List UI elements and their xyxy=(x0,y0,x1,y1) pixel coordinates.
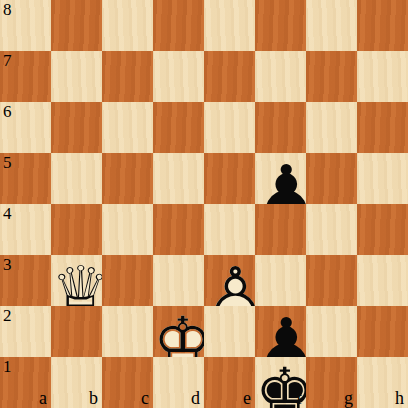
square-a6[interactable]: 6 xyxy=(0,102,51,153)
square-h2[interactable] xyxy=(357,306,408,357)
square-e2[interactable] xyxy=(204,306,255,357)
square-a8[interactable]: 8 xyxy=(0,0,51,51)
white-pawn-e3[interactable]: ♟♙ xyxy=(204,255,255,306)
rank-label-7: 7 xyxy=(3,52,12,69)
square-g4[interactable] xyxy=(306,204,357,255)
square-f5[interactable]: ♟ xyxy=(255,153,306,204)
file-label-b: b xyxy=(89,389,98,407)
square-d4[interactable] xyxy=(153,204,204,255)
square-c4[interactable] xyxy=(102,204,153,255)
rank-label-3: 3 xyxy=(3,256,12,273)
white-queen-b3[interactable]: ♛♕ xyxy=(51,255,102,306)
square-b6[interactable] xyxy=(51,102,102,153)
black-king-f1[interactable]: ♚ xyxy=(255,357,306,408)
square-e1[interactable]: e xyxy=(204,357,255,408)
black-pawn-f5[interactable]: ♟ xyxy=(255,153,306,204)
square-h6[interactable] xyxy=(357,102,408,153)
square-b8[interactable] xyxy=(51,0,102,51)
square-g1[interactable]: g xyxy=(306,357,357,408)
square-h7[interactable] xyxy=(357,51,408,102)
square-e3[interactable]: ♟♙ xyxy=(204,255,255,306)
square-d5[interactable] xyxy=(153,153,204,204)
square-f8[interactable] xyxy=(255,0,306,51)
square-g8[interactable] xyxy=(306,0,357,51)
square-g7[interactable] xyxy=(306,51,357,102)
square-g2[interactable] xyxy=(306,306,357,357)
square-b7[interactable] xyxy=(51,51,102,102)
square-h4[interactable] xyxy=(357,204,408,255)
square-b1[interactable]: b xyxy=(51,357,102,408)
black-pawn-f2[interactable]: ♟ xyxy=(255,306,306,357)
square-f4[interactable] xyxy=(255,204,306,255)
square-e5[interactable] xyxy=(204,153,255,204)
square-c2[interactable] xyxy=(102,306,153,357)
square-a1[interactable]: 1a xyxy=(0,357,51,408)
square-c1[interactable]: c xyxy=(102,357,153,408)
square-f3[interactable] xyxy=(255,255,306,306)
square-a2[interactable]: 2 xyxy=(0,306,51,357)
file-label-h: h xyxy=(395,389,404,407)
rank-label-4: 4 xyxy=(3,205,12,222)
file-label-a: a xyxy=(39,389,47,407)
square-a4[interactable]: 4 xyxy=(0,204,51,255)
file-label-e: e xyxy=(243,389,251,407)
square-f1[interactable]: f♚ xyxy=(255,357,306,408)
square-a7[interactable]: 7 xyxy=(0,51,51,102)
square-g5[interactable] xyxy=(306,153,357,204)
square-b4[interactable] xyxy=(51,204,102,255)
file-label-d: d xyxy=(191,389,200,407)
square-h3[interactable] xyxy=(357,255,408,306)
square-e7[interactable] xyxy=(204,51,255,102)
square-h5[interactable] xyxy=(357,153,408,204)
square-f7[interactable] xyxy=(255,51,306,102)
file-label-c: c xyxy=(141,389,149,407)
square-d3[interactable] xyxy=(153,255,204,306)
square-b5[interactable] xyxy=(51,153,102,204)
square-c8[interactable] xyxy=(102,0,153,51)
square-b3[interactable]: ♛♕ xyxy=(51,255,102,306)
rank-label-6: 6 xyxy=(3,103,12,120)
square-c3[interactable] xyxy=(102,255,153,306)
rank-label-8: 8 xyxy=(3,1,12,18)
chess-board: 8765♟43♛♕♟♙2♚♔♟1abcdef♚gh xyxy=(0,0,408,408)
square-d2[interactable]: ♚♔ xyxy=(153,306,204,357)
white-king-d2[interactable]: ♚♔ xyxy=(153,306,204,357)
square-d7[interactable] xyxy=(153,51,204,102)
square-a5[interactable]: 5 xyxy=(0,153,51,204)
square-a3[interactable]: 3 xyxy=(0,255,51,306)
square-e4[interactable] xyxy=(204,204,255,255)
square-c6[interactable] xyxy=(102,102,153,153)
square-c7[interactable] xyxy=(102,51,153,102)
rank-label-2: 2 xyxy=(3,307,12,324)
rank-label-5: 5 xyxy=(3,154,12,171)
square-f2[interactable]: ♟ xyxy=(255,306,306,357)
square-g3[interactable] xyxy=(306,255,357,306)
square-d6[interactable] xyxy=(153,102,204,153)
rank-label-1: 1 xyxy=(3,358,12,375)
square-b2[interactable] xyxy=(51,306,102,357)
square-e8[interactable] xyxy=(204,0,255,51)
square-d1[interactable]: d xyxy=(153,357,204,408)
square-h1[interactable]: h xyxy=(357,357,408,408)
square-d8[interactable] xyxy=(153,0,204,51)
square-h8[interactable] xyxy=(357,0,408,51)
file-label-g: g xyxy=(344,389,353,407)
chess-diagram: 8765♟43♛♕♟♙2♚♔♟1abcdef♚gh xyxy=(0,0,408,408)
square-f6[interactable] xyxy=(255,102,306,153)
square-c5[interactable] xyxy=(102,153,153,204)
square-e6[interactable] xyxy=(204,102,255,153)
square-g6[interactable] xyxy=(306,102,357,153)
